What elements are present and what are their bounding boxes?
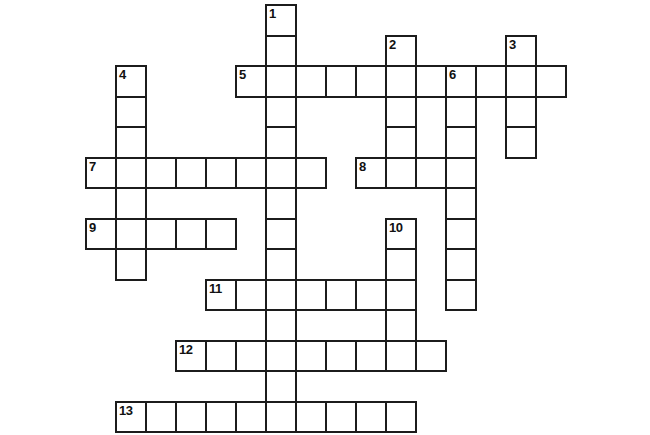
grid-cell[interactable]: 5 bbox=[235, 65, 267, 98]
clue-number: 8 bbox=[359, 160, 366, 174]
grid-cell[interactable] bbox=[355, 279, 387, 312]
grid-cell[interactable]: 8 bbox=[355, 157, 387, 190]
clue-number: 2 bbox=[389, 38, 396, 52]
grid-cell[interactable] bbox=[265, 96, 297, 129]
clue-number: 3 bbox=[509, 38, 516, 52]
grid-cell[interactable] bbox=[385, 96, 417, 129]
grid-cell[interactable] bbox=[325, 340, 357, 373]
grid-cell[interactable] bbox=[385, 279, 417, 312]
grid-cell[interactable]: 13 bbox=[115, 401, 147, 434]
grid-cell[interactable]: 12 bbox=[175, 340, 207, 373]
grid-cell[interactable] bbox=[415, 157, 447, 190]
grid-cell[interactable] bbox=[355, 340, 387, 373]
grid-cell[interactable] bbox=[445, 279, 477, 312]
grid-cell[interactable] bbox=[265, 157, 297, 190]
grid-cell[interactable] bbox=[445, 187, 477, 220]
grid-cell[interactable]: 6 bbox=[445, 65, 477, 98]
grid-cell[interactable] bbox=[445, 248, 477, 281]
grid-cell[interactable]: 9 bbox=[85, 218, 117, 251]
grid-cell[interactable] bbox=[265, 309, 297, 342]
grid-cell[interactable] bbox=[265, 218, 297, 251]
clue-number: 11 bbox=[209, 282, 222, 296]
grid-cell[interactable] bbox=[325, 401, 357, 434]
clue-number: 10 bbox=[389, 221, 402, 235]
grid-cell[interactable] bbox=[235, 279, 267, 312]
grid-cell[interactable] bbox=[265, 279, 297, 312]
grid-cell[interactable] bbox=[295, 157, 327, 190]
grid-cell[interactable] bbox=[235, 340, 267, 373]
clue-number: 9 bbox=[89, 221, 96, 235]
clue-number: 7 bbox=[89, 160, 96, 174]
grid-cell[interactable] bbox=[385, 340, 417, 373]
grid-cell[interactable] bbox=[265, 126, 297, 159]
crossword-grid: 12345678910111213 bbox=[0, 0, 650, 435]
grid-cell[interactable] bbox=[445, 126, 477, 159]
grid-cell[interactable] bbox=[115, 157, 147, 190]
grid-cell[interactable] bbox=[235, 157, 267, 190]
grid-cell[interactable] bbox=[355, 65, 387, 98]
clue-number: 4 bbox=[119, 68, 126, 82]
grid-cell[interactable] bbox=[295, 65, 327, 98]
grid-cell[interactable]: 3 bbox=[505, 35, 537, 68]
grid-cell[interactable] bbox=[505, 126, 537, 159]
grid-cell[interactable] bbox=[535, 65, 567, 98]
grid-cell[interactable] bbox=[265, 370, 297, 403]
grid-cell[interactable]: 11 bbox=[205, 279, 237, 312]
grid-cell[interactable] bbox=[115, 96, 147, 129]
grid-cell[interactable] bbox=[325, 279, 357, 312]
grid-cell[interactable] bbox=[265, 35, 297, 68]
grid-cell[interactable] bbox=[265, 401, 297, 434]
grid-cell[interactable] bbox=[385, 65, 417, 98]
clue-number: 1 bbox=[269, 7, 276, 21]
clue-number: 5 bbox=[239, 68, 246, 82]
clue-number: 12 bbox=[179, 343, 192, 357]
grid-cell[interactable] bbox=[115, 187, 147, 220]
grid-cell[interactable] bbox=[385, 126, 417, 159]
crossword-page: 12345678910111213 bbox=[0, 0, 650, 435]
grid-cell[interactable] bbox=[265, 187, 297, 220]
grid-cell[interactable] bbox=[175, 401, 207, 434]
grid-cell[interactable] bbox=[355, 401, 387, 434]
clue-number: 6 bbox=[449, 68, 456, 82]
grid-cell[interactable] bbox=[205, 218, 237, 251]
grid-cell[interactable] bbox=[205, 401, 237, 434]
grid-cell[interactable] bbox=[385, 248, 417, 281]
grid-cell[interactable] bbox=[145, 218, 177, 251]
grid-cell[interactable] bbox=[265, 65, 297, 98]
grid-cell[interactable] bbox=[295, 401, 327, 434]
grid-cell[interactable] bbox=[265, 248, 297, 281]
grid-cell[interactable] bbox=[295, 279, 327, 312]
grid-cell[interactable] bbox=[175, 157, 207, 190]
grid-cell[interactable] bbox=[415, 65, 447, 98]
grid-cell[interactable]: 2 bbox=[385, 35, 417, 68]
grid-cell[interactable] bbox=[115, 126, 147, 159]
grid-cell[interactable] bbox=[505, 96, 537, 129]
grid-cell[interactable] bbox=[115, 218, 147, 251]
grid-cell[interactable] bbox=[445, 218, 477, 251]
grid-cell[interactable] bbox=[205, 340, 237, 373]
grid-cell[interactable] bbox=[385, 401, 417, 434]
grid-cell[interactable] bbox=[475, 65, 507, 98]
grid-cell[interactable] bbox=[325, 65, 357, 98]
grid-cell[interactable] bbox=[175, 218, 207, 251]
clue-number: 13 bbox=[119, 404, 132, 418]
grid-cell[interactable] bbox=[505, 65, 537, 98]
grid-cell[interactable] bbox=[205, 157, 237, 190]
grid-cell[interactable] bbox=[115, 248, 147, 281]
grid-cell[interactable] bbox=[385, 309, 417, 342]
grid-cell[interactable] bbox=[445, 96, 477, 129]
grid-cell[interactable] bbox=[145, 157, 177, 190]
grid-cell[interactable] bbox=[265, 340, 297, 373]
grid-cell[interactable] bbox=[235, 401, 267, 434]
grid-cell[interactable]: 4 bbox=[115, 65, 147, 98]
grid-cell[interactable]: 1 bbox=[265, 4, 297, 37]
grid-cell[interactable] bbox=[145, 401, 177, 434]
grid-cell[interactable] bbox=[445, 157, 477, 190]
grid-cell[interactable] bbox=[415, 340, 447, 373]
grid-cell[interactable]: 10 bbox=[385, 218, 417, 251]
grid-cell[interactable] bbox=[295, 340, 327, 373]
grid-cell[interactable] bbox=[385, 157, 417, 190]
grid-cell[interactable]: 7 bbox=[85, 157, 117, 190]
